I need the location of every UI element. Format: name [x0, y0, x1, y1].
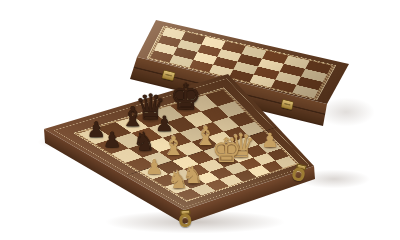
hook-ring — [179, 213, 192, 227]
brass-clasp-left-icon — [161, 70, 175, 81]
product-photo-scene: ♟♟♝♛♚♟♞♟♝♝♚♛♞♞♟ — [0, 0, 400, 240]
brass-hook-front-icon — [178, 209, 192, 227]
brass-clasp-right-icon — [281, 99, 294, 110]
